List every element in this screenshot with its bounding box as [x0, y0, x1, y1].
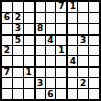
sudoku-given-cell-r2c1: 6 [2, 13, 12, 23]
sudoku-empty-cell-r8c7[interactable] [67, 78, 77, 88]
sudoku-empty-cell-r5c3[interactable] [24, 46, 34, 56]
sudoku-empty-cell-r4c3[interactable] [24, 35, 34, 45]
sudoku-empty-cell-r5c4[interactable] [35, 46, 45, 56]
sudoku-board: 71623854321471326 [0, 0, 101, 101]
sudoku-empty-cell-r4c9[interactable] [89, 35, 99, 45]
sudoku-empty-cell-r9c8[interactable] [78, 89, 88, 99]
sudoku-given-cell-r4c2: 5 [13, 35, 23, 45]
sudoku-empty-cell-r1c1[interactable] [2, 2, 12, 12]
sudoku-empty-cell-r7c6[interactable] [56, 67, 66, 77]
sudoku-empty-cell-r4c4[interactable] [35, 35, 45, 45]
sudoku-empty-cell-r3c6[interactable] [56, 24, 66, 34]
sudoku-empty-cell-r7c4[interactable] [35, 67, 45, 77]
sudoku-given-cell-r9c5: 6 [46, 89, 56, 99]
sudoku-empty-cell-r9c1[interactable] [2, 89, 12, 99]
sudoku-empty-cell-r3c1[interactable] [2, 24, 12, 34]
sudoku-empty-cell-r6c3[interactable] [24, 56, 34, 66]
sudoku-given-cell-r2c2: 2 [13, 13, 23, 23]
sudoku-given-cell-r1c6: 7 [56, 2, 66, 12]
sudoku-given-cell-r7c3: 1 [24, 67, 34, 77]
sudoku-empty-cell-r9c6[interactable] [56, 89, 66, 99]
sudoku-given-cell-r3c2: 3 [13, 24, 23, 34]
sudoku-empty-cell-r5c8[interactable] [78, 46, 88, 56]
sudoku-empty-cell-r2c6[interactable] [56, 13, 66, 23]
sudoku-empty-cell-r6c6[interactable] [56, 56, 66, 66]
sudoku-empty-cell-r7c9[interactable] [89, 67, 99, 77]
sudoku-empty-cell-r6c8[interactable] [78, 56, 88, 66]
sudoku-given-cell-r5c6: 1 [56, 46, 66, 56]
sudoku-empty-cell-r6c4[interactable] [35, 56, 45, 66]
sudoku-given-cell-r5c1: 2 [2, 46, 12, 56]
sudoku-empty-cell-r5c5[interactable] [46, 46, 56, 56]
sudoku-empty-cell-r2c3[interactable] [24, 13, 34, 23]
sudoku-empty-cell-r1c8[interactable] [78, 2, 88, 12]
sudoku-empty-cell-r9c7[interactable] [67, 89, 77, 99]
sudoku-given-cell-r3c4: 8 [35, 24, 45, 34]
sudoku-empty-cell-r3c9[interactable] [89, 24, 99, 34]
sudoku-empty-cell-r6c5[interactable] [46, 56, 56, 66]
sudoku-empty-cell-r9c2[interactable] [13, 89, 23, 99]
sudoku-empty-cell-r3c5[interactable] [46, 24, 56, 34]
sudoku-given-cell-r8c4: 3 [35, 78, 45, 88]
sudoku-empty-cell-r8c5[interactable] [46, 78, 56, 88]
sudoku-empty-cell-r2c5[interactable] [46, 13, 56, 23]
sudoku-empty-cell-r5c7[interactable] [67, 46, 77, 56]
sudoku-given-cell-r8c8: 2 [78, 78, 88, 88]
sudoku-given-cell-r4c8: 3 [78, 35, 88, 45]
sudoku-empty-cell-r2c8[interactable] [78, 13, 88, 23]
sudoku-empty-cell-r6c2[interactable] [13, 56, 23, 66]
sudoku-given-cell-r1c7: 1 [67, 2, 77, 12]
sudoku-empty-cell-r8c9[interactable] [89, 78, 99, 88]
sudoku-empty-cell-r3c7[interactable] [67, 24, 77, 34]
sudoku-empty-cell-r8c6[interactable] [56, 78, 66, 88]
sudoku-given-cell-r6c7: 4 [67, 56, 77, 66]
sudoku-empty-cell-r4c6[interactable] [56, 35, 66, 45]
sudoku-empty-cell-r2c4[interactable] [35, 13, 45, 23]
sudoku-empty-cell-r6c1[interactable] [2, 56, 12, 66]
sudoku-empty-cell-r1c9[interactable] [89, 2, 99, 12]
sudoku-empty-cell-r1c3[interactable] [24, 2, 34, 12]
sudoku-empty-cell-r8c2[interactable] [13, 78, 23, 88]
sudoku-empty-cell-r9c9[interactable] [89, 89, 99, 99]
sudoku-empty-cell-r9c4[interactable] [35, 89, 45, 99]
sudoku-empty-cell-r1c5[interactable] [46, 2, 56, 12]
sudoku-empty-cell-r2c9[interactable] [89, 13, 99, 23]
sudoku-empty-cell-r3c8[interactable] [78, 24, 88, 34]
sudoku-empty-cell-r7c5[interactable] [46, 67, 56, 77]
sudoku-empty-cell-r8c1[interactable] [2, 78, 12, 88]
sudoku-empty-cell-r5c2[interactable] [13, 46, 23, 56]
sudoku-empty-cell-r5c9[interactable] [89, 46, 99, 56]
sudoku-empty-cell-r4c7[interactable] [67, 35, 77, 45]
sudoku-empty-cell-r2c7[interactable] [67, 13, 77, 23]
sudoku-given-cell-r7c1: 7 [2, 67, 12, 77]
sudoku-empty-cell-r7c8[interactable] [78, 67, 88, 77]
sudoku-empty-cell-r6c9[interactable] [89, 56, 99, 66]
sudoku-empty-cell-r9c3[interactable] [24, 89, 34, 99]
sudoku-empty-cell-r7c7[interactable] [67, 67, 77, 77]
sudoku-empty-cell-r3c3[interactable] [24, 24, 34, 34]
sudoku-given-cell-r4c5: 4 [46, 35, 56, 45]
sudoku-empty-cell-r7c2[interactable] [13, 67, 23, 77]
sudoku-empty-cell-r8c3[interactable] [24, 78, 34, 88]
sudoku-empty-cell-r1c2[interactable] [13, 2, 23, 12]
sudoku-empty-cell-r4c1[interactable] [2, 35, 12, 45]
sudoku-empty-cell-r1c4[interactable] [35, 2, 45, 12]
